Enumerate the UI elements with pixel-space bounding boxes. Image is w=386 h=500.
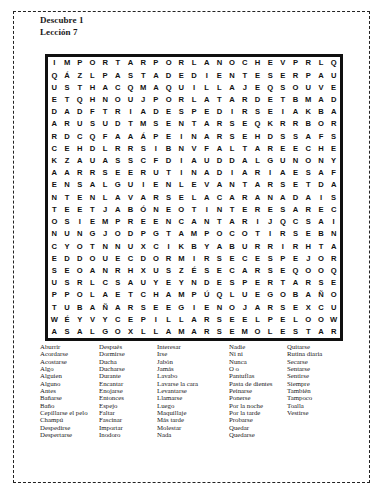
grid-cell-r18c22: O	[315, 265, 328, 277]
grid-cell-r10c4: R	[86, 167, 99, 179]
grid-cell-r1c10: O	[162, 57, 175, 69]
grid-cell-r7c16: E	[238, 130, 251, 142]
grid-cell-r20c7: T	[124, 289, 137, 301]
grid-cell-r19c18: R	[264, 277, 277, 289]
grid-cell-r18c14: E	[213, 265, 226, 277]
grid-cell-r13c17: R	[251, 204, 264, 216]
grid-cell-r6c1: A	[48, 118, 61, 130]
grid-cell-r23c20: S	[289, 326, 302, 338]
grid-cell-r12c2: T	[61, 191, 74, 203]
grid-cell-r21c1: T	[48, 301, 61, 313]
word-list-item: Cepillarse el pelo	[40, 409, 99, 416]
grid-cell-r12c4: N	[86, 191, 99, 203]
grid-cell-r22c6: C	[111, 314, 124, 326]
word-list-item: Irse	[157, 350, 229, 357]
grid-cell-r17c11: M	[175, 252, 188, 264]
grid-cell-r18c1: S	[48, 265, 61, 277]
grid-cell-r5c11: S	[175, 106, 188, 118]
word-list-item: Quitarse	[287, 343, 322, 350]
grid-cell-r5c15: I	[226, 106, 239, 118]
grid-cell-r9c12: A	[188, 155, 201, 167]
grid-cell-r18c21: O	[302, 265, 315, 277]
grid-cell-r23c18: L	[264, 326, 277, 338]
grid-cell-r4c14: T	[213, 94, 226, 106]
grid-cell-r7c14: R	[213, 130, 226, 142]
grid-cell-r21c2: U	[61, 301, 74, 313]
grid-cell-r10c1: A	[48, 167, 61, 179]
grid-cell-r16c20: R	[289, 240, 302, 252]
grid-cell-r20c2: P	[61, 289, 74, 301]
grid-cell-r19c16: P	[238, 277, 251, 289]
word-list-item: Faltar	[99, 409, 157, 416]
word-list-item: Algo	[40, 365, 99, 372]
grid-cell-r8c9: I	[150, 143, 163, 155]
grid-cell-r1c15: O	[226, 57, 239, 69]
grid-cell-r20c19: O	[277, 289, 290, 301]
grid-cell-r14c10: N	[162, 216, 175, 228]
grid-cell-r12c15: A	[226, 191, 239, 203]
word-list-item: Vestirse	[287, 409, 322, 416]
grid-cell-r22c8: P	[137, 314, 150, 326]
grid-cell-r8c3: H	[73, 143, 86, 155]
grid-cell-r18c16: A	[238, 265, 251, 277]
grid-cell-r18c10: S	[162, 265, 175, 277]
grid-cell-r14c16: R	[238, 216, 251, 228]
grid-cell-r16c17: R	[251, 240, 264, 252]
grid-cell-r14c7: R	[124, 216, 137, 228]
worksheet-title: Descubre 1 Lección 7	[40, 15, 84, 38]
grid-cell-r4c22: A	[315, 94, 328, 106]
grid-cell-r5c5: T	[99, 106, 112, 118]
grid-cell-r8c5: L	[99, 143, 112, 155]
word-list-item: Luego	[157, 402, 229, 409]
grid-cell-r9c19: U	[277, 155, 290, 167]
grid-cell-r5c12: P	[188, 106, 201, 118]
grid-cell-r23c11: M	[175, 326, 188, 338]
grid-cell-r17c19: P	[277, 252, 290, 264]
grid-cell-r15c16: O	[238, 228, 251, 240]
grid-cell-r18c18: S	[264, 265, 277, 277]
grid-cell-r22c18: P	[264, 314, 277, 326]
grid-cell-r10c21: S	[302, 167, 315, 179]
grid-cell-r12c7: V	[124, 191, 137, 203]
grid-cell-r22c3: Y	[73, 314, 86, 326]
word-list-item: Pantuflas	[229, 372, 287, 379]
grid-cell-r8c21: C	[302, 143, 315, 155]
grid-cell-r13c18: E	[264, 204, 277, 216]
grid-cell-r1c5: R	[99, 57, 112, 69]
grid-cell-r7c20: S	[289, 130, 302, 142]
grid-cell-r7c2: D	[61, 130, 74, 142]
grid-cell-r1c14: N	[213, 57, 226, 69]
grid-cell-r7c7: A	[124, 130, 137, 142]
grid-cell-r6c22: O	[315, 118, 328, 130]
grid-cell-r16c19: I	[277, 240, 290, 252]
grid-cell-r8c22: H	[315, 143, 328, 155]
grid-cell-r15c22: B	[315, 228, 328, 240]
grid-cell-r7c12: N	[188, 130, 201, 142]
grid-cell-r3c9: A	[150, 81, 163, 93]
grid-cell-r11c8: I	[137, 179, 150, 191]
grid-cell-r22c23: W	[327, 314, 340, 326]
grid-cell-r1c23: Q	[327, 57, 340, 69]
grid-cell-r2c9: A	[150, 69, 163, 81]
grid-cell-r4c15: A	[226, 94, 239, 106]
grid-cell-r15c14: O	[213, 228, 226, 240]
grid-cell-r1c16: C	[238, 57, 251, 69]
grid-cell-r20c13: Ú	[200, 289, 213, 301]
grid-cell-r13c10: E	[162, 204, 175, 216]
grid-cell-r19c23: E	[327, 277, 340, 289]
grid-cell-r19c12: N	[188, 277, 201, 289]
grid-cell-r15c7: D	[124, 228, 137, 240]
grid-cell-r2c16: T	[238, 69, 251, 81]
grid-cell-r2c12: D	[188, 69, 201, 81]
grid-cell-r11c22: D	[315, 179, 328, 191]
grid-cell-r2c21: P	[302, 69, 315, 81]
grid-cell-r4c16: R	[238, 94, 251, 106]
grid-cell-r4c6: O	[111, 94, 124, 106]
grid-cell-r6c2: R	[61, 118, 74, 130]
grid-cell-r13c23: C	[327, 204, 340, 216]
grid-cell-r17c22: O	[315, 252, 328, 264]
grid-cell-r13c8: Ó	[137, 204, 150, 216]
grid-cell-r10c11: I	[175, 167, 188, 179]
grid-cell-r23c22: A	[315, 326, 328, 338]
grid-cell-r20c15: L	[226, 289, 239, 301]
grid-cell-r23c4: L	[86, 326, 99, 338]
grid-cell-r14c6: P	[111, 216, 124, 228]
grid-cell-r5c16: R	[238, 106, 251, 118]
word-list-item: Quedar	[229, 424, 287, 431]
grid-cell-r14c15: A	[226, 216, 239, 228]
grid-cell-r7c9: P	[150, 130, 163, 142]
word-list-item: Alguno	[40, 380, 99, 387]
word-list-item: Inodoro	[99, 431, 157, 438]
grid-cell-r1c20: P	[289, 57, 302, 69]
grid-cell-r23c14: S	[213, 326, 226, 338]
grid-cell-r4c5: N	[99, 94, 112, 106]
grid-cell-r20c18: G	[264, 289, 277, 301]
word-list-item: Alguien	[40, 372, 99, 379]
grid-cell-r17c8: D	[137, 252, 150, 264]
grid-cell-r12c21: A	[302, 191, 315, 203]
word-list-item: Acordarse	[40, 350, 99, 357]
grid-cell-r20c21: A	[302, 289, 315, 301]
word-list-item: Champú	[40, 416, 99, 423]
grid-cell-r22c9: I	[150, 314, 163, 326]
word-list-column-2: DespuésDormirseDuchaDucharseDuranteEncan…	[99, 343, 157, 438]
grid-cell-r14c3: I	[73, 216, 86, 228]
grid-cell-r21c11: G	[175, 301, 188, 313]
grid-cell-r5c17: S	[251, 106, 264, 118]
grid-cell-r15c4: G	[86, 228, 99, 240]
grid-cell-r1c21: R	[302, 57, 315, 69]
grid-cell-r19c19: T	[277, 277, 290, 289]
grid-cell-r9c20: N	[289, 155, 302, 167]
grid-cell-r23c12: A	[188, 326, 201, 338]
grid-cell-r23c3: A	[73, 326, 86, 338]
grid-cell-r8c14: A	[213, 143, 226, 155]
grid-cell-r1c7: A	[124, 57, 137, 69]
grid-cell-r8c20: E	[289, 143, 302, 155]
grid-cell-r12c8: A	[137, 191, 150, 203]
grid-cell-r6c21: B	[302, 118, 315, 130]
grid-cell-r16c5: N	[99, 240, 112, 252]
grid-cell-r8c19: E	[277, 143, 290, 155]
grid-cell-r20c1: P	[48, 289, 61, 301]
grid-cell-r4c13: A	[200, 94, 213, 106]
grid-cell-r1c22: L	[315, 57, 328, 69]
grid-cell-r23c21: T	[302, 326, 315, 338]
grid-cell-r7c1: R	[48, 130, 61, 142]
grid-cell-r15c12: M	[188, 228, 201, 240]
grid-cell-r6c17: Q	[251, 118, 264, 130]
grid-cell-r19c20: A	[289, 277, 302, 289]
grid-cell-r19c8: U	[137, 277, 150, 289]
grid-cell-r2c5: P	[99, 69, 112, 81]
grid-cell-r21c4: A	[86, 301, 99, 313]
grid-cell-r10c15: I	[226, 167, 239, 179]
grid-cell-r17c9: O	[150, 252, 163, 264]
grid-cell-r7c21: A	[302, 130, 315, 142]
grid-cell-r4c7: U	[124, 94, 137, 106]
grid-cell-r4c11: R	[175, 94, 188, 106]
grid-cell-r18c19: E	[277, 265, 290, 277]
grid-cell-r2c4: L	[86, 69, 99, 81]
grid-cell-r11c13: V	[200, 179, 213, 191]
grid-cell-r13c22: E	[315, 204, 328, 216]
grid-cell-r4c23: D	[327, 94, 340, 106]
grid-cell-r11c20: E	[289, 179, 302, 191]
grid-cell-r19c17: E	[251, 277, 264, 289]
grid-cell-r5c8: A	[137, 106, 150, 118]
grid-cell-r17c16: C	[238, 252, 251, 264]
grid-cell-r23c17: O	[251, 326, 264, 338]
grid-cell-r14c2: S	[61, 216, 74, 228]
grid-cell-r6c13: A	[200, 118, 213, 130]
word-list-item: O o	[229, 365, 287, 372]
word-list-column-4: NadieNi niNuncaO oPantuflasPasta de dien…	[229, 343, 287, 438]
grid-cell-r10c12: N	[188, 167, 201, 179]
grid-cell-r16c6: N	[111, 240, 124, 252]
grid-cell-r19c15: S	[226, 277, 239, 289]
grid-cell-r11c7: U	[124, 179, 137, 191]
grid-cell-r5c10: E	[162, 106, 175, 118]
grid-cell-r15c8: P	[137, 228, 150, 240]
grid-cell-r19c2: S	[61, 277, 74, 289]
grid-cell-r2c3: Z	[73, 69, 86, 81]
grid-cell-r13c16: E	[238, 204, 251, 216]
grid-cell-r15c13: P	[200, 228, 213, 240]
grid-cell-r20c14: Q	[213, 289, 226, 301]
word-list-item: Durante	[99, 372, 157, 379]
grid-cell-r19c6: S	[111, 277, 124, 289]
grid-cell-r7c6: A	[111, 130, 124, 142]
grid-cell-r12c13: A	[200, 191, 213, 203]
word-list-item: Importar	[99, 424, 157, 431]
grid-cell-r16c22: T	[315, 240, 328, 252]
grid-cell-r17c17: E	[251, 252, 264, 264]
word-list-item: Entonces	[99, 394, 157, 401]
grid-cell-r13c13: I	[200, 204, 213, 216]
grid-cell-r16c7: U	[124, 240, 137, 252]
grid-cell-r14c4: E	[86, 216, 99, 228]
grid-cell-r9c14: D	[213, 155, 226, 167]
grid-cell-r8c13: F	[200, 143, 213, 155]
grid-cell-r21c22: C	[315, 301, 328, 313]
grid-cell-r15c2: U	[61, 228, 74, 240]
grid-cell-r3c12: I	[188, 81, 201, 93]
grid-cell-r10c2: A	[61, 167, 74, 179]
grid-cell-r4c9: P	[150, 94, 163, 106]
grid-cell-r8c2: E	[61, 143, 74, 155]
grid-cell-r4c3: Q	[73, 94, 86, 106]
grid-cell-r4c8: J	[137, 94, 150, 106]
grid-cell-r23c8: L	[137, 326, 150, 338]
grid-cell-r10c3: R	[73, 167, 86, 179]
grid-cell-r15c3: N	[73, 228, 86, 240]
grid-cell-r2c10: D	[162, 69, 175, 81]
grid-cell-r23c23: R	[327, 326, 340, 338]
word-list-item: Enojarse	[99, 387, 157, 394]
grid-cell-r21c21: X	[302, 301, 315, 313]
grid-cell-r16c11: K	[175, 240, 188, 252]
grid-cell-r7c19: S	[277, 130, 290, 142]
grid-cell-r7c4: Q	[86, 130, 99, 142]
grid-cell-r13c11: O	[175, 204, 188, 216]
grid-cell-r19c7: A	[124, 277, 137, 289]
grid-cell-r18c3: O	[73, 265, 86, 277]
grid-cell-r6c15: S	[226, 118, 239, 130]
grid-cell-r20c5: A	[99, 289, 112, 301]
word-list-column-3: InteresarIrseJabónJamásLavaboLavarse la …	[157, 343, 229, 438]
grid-cell-r1c6: T	[111, 57, 124, 69]
word-list-item: Maquillaje	[157, 409, 229, 416]
grid-cell-r18c6: R	[111, 265, 124, 277]
grid-cell-r10c23: F	[327, 167, 340, 179]
grid-cell-r22c19: E	[277, 314, 290, 326]
grid-cell-r13c7: B	[124, 204, 137, 216]
grid-cell-r8c4: D	[86, 143, 99, 155]
grid-cell-r12c16: R	[238, 191, 251, 203]
grid-cell-r8c18: R	[264, 143, 277, 155]
grid-cell-r20c12: P	[188, 289, 201, 301]
word-list-item: Por la tarde	[229, 409, 287, 416]
grid-cell-r9c17: L	[251, 155, 264, 167]
grid-cell-r14c22: A	[315, 216, 328, 228]
grid-cell-r21c15: O	[226, 301, 239, 313]
word-list-item: Bañarse	[40, 394, 99, 401]
word-list-item: Llamarse	[157, 394, 229, 401]
grid-cell-r10c5: S	[99, 167, 112, 179]
grid-cell-r22c20: L	[289, 314, 302, 326]
grid-cell-r1c11: R	[175, 57, 188, 69]
grid-cell-r18c15: C	[226, 265, 239, 277]
grid-cell-r10c9: U	[150, 167, 163, 179]
grid-cell-r14c20: C	[289, 216, 302, 228]
grid-cell-r16c21: H	[302, 240, 315, 252]
grid-cell-r8c1: C	[48, 143, 61, 155]
grid-cell-r2c23: U	[327, 69, 340, 81]
grid-cell-r13c15: T	[226, 204, 239, 216]
grid-cell-r12c6: A	[111, 191, 124, 203]
grid-cell-r5c20: A	[289, 106, 302, 118]
grid-cell-r5c6: R	[111, 106, 124, 118]
word-list-item: Probarse	[229, 416, 287, 423]
word-list-item: También	[287, 387, 322, 394]
grid-cell-r8c10: B	[162, 143, 175, 155]
grid-cell-r2c19: E	[277, 69, 290, 81]
grid-cell-r15c20: S	[289, 228, 302, 240]
grid-cell-r21c23: U	[327, 301, 340, 313]
word-list-item: Nadie	[229, 343, 287, 350]
grid-cell-r19c4: L	[86, 277, 99, 289]
grid-cell-r22c1: W	[48, 314, 61, 326]
grid-cell-r11c1: E	[48, 179, 61, 191]
grid-cell-r11c14: A	[213, 179, 226, 191]
word-list-item: Pasta de dientes	[229, 380, 287, 387]
grid-cell-r4c17: D	[251, 94, 264, 106]
grid-cell-r3c22: V	[315, 81, 328, 93]
grid-cell-r12c22: I	[315, 191, 328, 203]
grid-cell-r11c19: S	[277, 179, 290, 191]
grid-cell-r2c2: Á	[61, 69, 74, 81]
grid-cell-r7c23: S	[327, 130, 340, 142]
grid-cell-r5c4: F	[86, 106, 99, 118]
word-lists: AburrirAcordarseAcostarseAlgoAlguienAlgu…	[40, 343, 368, 438]
grid-cell-r9c18: G	[264, 155, 277, 167]
grid-cell-r6c6: D	[111, 118, 124, 130]
grid-cell-r21c6: A	[111, 301, 124, 313]
grid-cell-r13c9: N	[150, 204, 163, 216]
grid-cell-r12c10: S	[162, 191, 175, 203]
grid-cell-r10c7: E	[124, 167, 137, 179]
grid-cell-r17c3: D	[73, 252, 86, 264]
grid-cell-r14c9: E	[150, 216, 163, 228]
grid-cell-r15c5: J	[99, 228, 112, 240]
grid-cell-r2c6: A	[111, 69, 124, 81]
grid-cell-r9c7: S	[124, 155, 137, 167]
word-list-item: Más tarde	[157, 416, 229, 423]
grid-cell-r17c5: U	[99, 252, 112, 264]
grid-cell-r18c12: É	[188, 265, 201, 277]
grid-cell-r2c8: T	[137, 69, 150, 81]
grid-cell-r13c21: R	[302, 204, 315, 216]
grid-cell-r5c2: A	[61, 106, 74, 118]
word-list-item: Toalla	[287, 402, 322, 409]
grid-cell-r17c15: E	[226, 252, 239, 264]
grid-cell-r9c8: C	[137, 155, 150, 167]
grid-cell-r4c21: M	[302, 94, 315, 106]
grid-cell-r16c8: X	[137, 240, 150, 252]
word-list-item: Rutina diaria	[287, 350, 322, 357]
grid-cell-r14c18: J	[264, 216, 277, 228]
word-list-item: Baño	[40, 402, 99, 409]
grid-cell-r15c18: I	[264, 228, 277, 240]
grid-cell-r10c17: R	[251, 167, 264, 179]
grid-cell-r4c20: B	[289, 94, 302, 106]
grid-cell-r5c19: I	[277, 106, 290, 118]
grid-cell-r5c7: I	[124, 106, 137, 118]
grid-cell-r9c1: K	[48, 155, 61, 167]
grid-cell-r6c5: U	[99, 118, 112, 130]
grid-cell-r22c12: A	[188, 314, 201, 326]
grid-cell-r20c10: A	[162, 289, 175, 301]
grid-cell-r18c23: Q	[327, 265, 340, 277]
grid-cell-r7c13: A	[200, 130, 213, 142]
grid-cell-r4c18: E	[264, 94, 277, 106]
